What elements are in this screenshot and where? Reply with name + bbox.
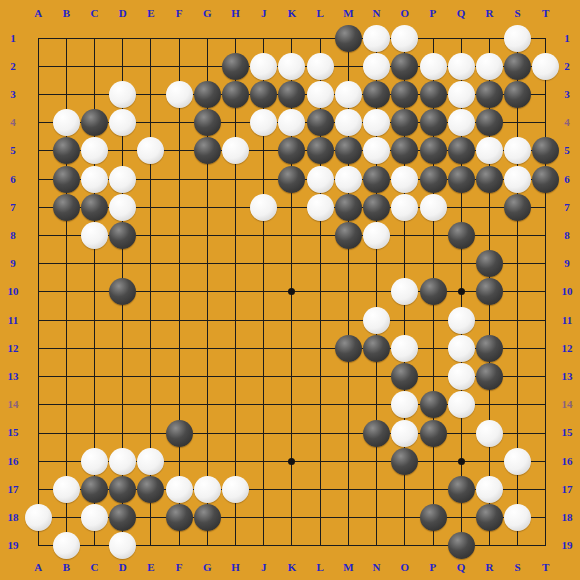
board-cell-H11[interactable] [221,306,249,334]
board-cell-T6[interactable] [532,165,560,193]
board-cell-C12[interactable] [80,334,108,362]
board-cell-L10[interactable] [306,278,334,306]
board-cell-A6[interactable] [24,165,52,193]
board-cell-K19[interactable] [278,532,306,560]
board-cell-Q4[interactable] [447,109,475,137]
board-cell-J17[interactable] [250,475,278,503]
board-cell-E8[interactable] [137,221,165,249]
board-cell-R12[interactable] [475,334,503,362]
board-cell-A19[interactable] [24,532,52,560]
board-cell-D16[interactable] [109,447,137,475]
board-cell-A8[interactable] [24,221,52,249]
board-cell-P1[interactable] [419,24,447,52]
board-cell-Q14[interactable] [447,391,475,419]
board-cell-F16[interactable] [165,447,193,475]
board-cell-P15[interactable] [419,419,447,447]
board-cell-L6[interactable] [306,165,334,193]
board-cell-R1[interactable] [475,24,503,52]
board-cell-Q13[interactable] [447,363,475,391]
board-cell-F14[interactable] [165,391,193,419]
board-cell-H16[interactable] [221,447,249,475]
board-cell-A17[interactable] [24,475,52,503]
board-cell-S8[interactable] [504,221,532,249]
board-cell-H7[interactable] [221,193,249,221]
board-cell-N9[interactable] [363,250,391,278]
board-cell-M6[interactable] [334,165,362,193]
board-cell-B5[interactable] [52,137,80,165]
board-cell-G12[interactable] [193,334,221,362]
board-cell-A16[interactable] [24,447,52,475]
board-cell-T14[interactable] [532,391,560,419]
board-cell-E19[interactable] [137,532,165,560]
board-cell-Q1[interactable] [447,24,475,52]
board-cell-N3[interactable] [363,80,391,108]
board-cell-R14[interactable] [475,391,503,419]
board-cell-T3[interactable] [532,80,560,108]
board-cell-Q7[interactable] [447,193,475,221]
board-cell-H9[interactable] [221,250,249,278]
board-cell-H4[interactable] [221,109,249,137]
board-cell-P17[interactable] [419,475,447,503]
board-cell-P14[interactable] [419,391,447,419]
board-cell-T16[interactable] [532,447,560,475]
board-cell-B1[interactable] [52,24,80,52]
board-cell-K3[interactable] [278,80,306,108]
board-cell-N19[interactable] [363,532,391,560]
board-cell-F6[interactable] [165,165,193,193]
board-cell-S6[interactable] [504,165,532,193]
board-cell-C6[interactable] [80,165,108,193]
board-cell-N11[interactable] [363,306,391,334]
board-cell-A7[interactable] [24,193,52,221]
board-cell-K2[interactable] [278,52,306,80]
board-cell-S16[interactable] [504,447,532,475]
board-cell-B18[interactable] [52,504,80,532]
board-cell-E17[interactable] [137,475,165,503]
board-cell-T13[interactable] [532,363,560,391]
board-cell-G16[interactable] [193,447,221,475]
board-cell-E15[interactable] [137,419,165,447]
board-cell-N6[interactable] [363,165,391,193]
board-cell-D9[interactable] [109,250,137,278]
board-cell-A11[interactable] [24,306,52,334]
board-cell-O14[interactable] [391,391,419,419]
board-cell-O6[interactable] [391,165,419,193]
board-cell-O2[interactable] [391,52,419,80]
board-cell-G9[interactable] [193,250,221,278]
board-cell-S17[interactable] [504,475,532,503]
board-cell-Q17[interactable] [447,475,475,503]
board-cell-N17[interactable] [363,475,391,503]
board-cell-A3[interactable] [24,80,52,108]
board-cell-C16[interactable] [80,447,108,475]
board-cell-Q2[interactable] [447,52,475,80]
board-cell-D12[interactable] [109,334,137,362]
board-cell-R19[interactable] [475,532,503,560]
board-cell-G6[interactable] [193,165,221,193]
board-cell-H19[interactable] [221,532,249,560]
board-cell-D17[interactable] [109,475,137,503]
board-cell-H8[interactable] [221,221,249,249]
board-cell-C7[interactable] [80,193,108,221]
board-cell-N18[interactable] [363,504,391,532]
board-cell-M17[interactable] [334,475,362,503]
board-cell-S13[interactable] [504,363,532,391]
board-cell-E7[interactable] [137,193,165,221]
board-cell-P9[interactable] [419,250,447,278]
board-cell-S4[interactable] [504,109,532,137]
board-cell-T19[interactable] [532,532,560,560]
board-cell-L8[interactable] [306,221,334,249]
board-cell-J10[interactable] [250,278,278,306]
board-cell-C11[interactable] [80,306,108,334]
board-cell-G7[interactable] [193,193,221,221]
board-cell-A2[interactable] [24,52,52,80]
board-cell-G15[interactable] [193,419,221,447]
board-cell-B13[interactable] [52,363,80,391]
board-cell-J6[interactable] [250,165,278,193]
board-cell-B15[interactable] [52,419,80,447]
board-cell-D4[interactable] [109,109,137,137]
board-cell-Q3[interactable] [447,80,475,108]
board-cell-O10[interactable] [391,278,419,306]
board-cell-J2[interactable] [250,52,278,80]
board-cell-D8[interactable] [109,221,137,249]
board-cell-Q18[interactable] [447,504,475,532]
board-cell-K6[interactable] [278,165,306,193]
board-cell-R9[interactable] [475,250,503,278]
board-cell-D7[interactable] [109,193,137,221]
board-cell-H3[interactable] [221,80,249,108]
board-cell-G8[interactable] [193,221,221,249]
board-cell-A10[interactable] [24,278,52,306]
board-cell-Q5[interactable] [447,137,475,165]
board-cell-F2[interactable] [165,52,193,80]
board-cell-K8[interactable] [278,221,306,249]
board-cell-A12[interactable] [24,334,52,362]
board-cell-R8[interactable] [475,221,503,249]
board-cell-T8[interactable] [532,221,560,249]
board-cell-E13[interactable] [137,363,165,391]
board-cell-A4[interactable] [24,109,52,137]
board-cell-N1[interactable] [363,24,391,52]
board-cell-O11[interactable] [391,306,419,334]
board-cell-K16[interactable] [278,447,306,475]
board-cell-J16[interactable] [250,447,278,475]
board-cell-M13[interactable] [334,363,362,391]
board-cell-O9[interactable] [391,250,419,278]
board-cell-B17[interactable] [52,475,80,503]
board-cell-M19[interactable] [334,532,362,560]
board-cell-J5[interactable] [250,137,278,165]
board-cell-J11[interactable] [250,306,278,334]
board-cell-R4[interactable] [475,109,503,137]
board-cell-T11[interactable] [532,306,560,334]
board-cell-B12[interactable] [52,334,80,362]
board-cell-D15[interactable] [109,419,137,447]
board-cell-T17[interactable] [532,475,560,503]
board-cell-E5[interactable] [137,137,165,165]
board-cell-J4[interactable] [250,109,278,137]
board-cell-R7[interactable] [475,193,503,221]
board-cell-D2[interactable] [109,52,137,80]
board-cell-E18[interactable] [137,504,165,532]
board-cell-M12[interactable] [334,334,362,362]
board-cell-H6[interactable] [221,165,249,193]
board-cell-B2[interactable] [52,52,80,80]
board-cell-N10[interactable] [363,278,391,306]
board-cell-O18[interactable] [391,504,419,532]
board-cell-D13[interactable] [109,363,137,391]
board-cell-L13[interactable] [306,363,334,391]
board-cell-O3[interactable] [391,80,419,108]
board-cell-R10[interactable] [475,278,503,306]
board-cell-A9[interactable] [24,250,52,278]
board-cell-P12[interactable] [419,334,447,362]
board-cell-P8[interactable] [419,221,447,249]
board-cell-E2[interactable] [137,52,165,80]
board-cell-C13[interactable] [80,363,108,391]
board-cell-B8[interactable] [52,221,80,249]
board-cell-O4[interactable] [391,109,419,137]
board-cell-Q8[interactable] [447,221,475,249]
board-cell-F8[interactable] [165,221,193,249]
board-cell-D3[interactable] [109,80,137,108]
board-cell-J13[interactable] [250,363,278,391]
board-cell-S12[interactable] [504,334,532,362]
board-cell-S1[interactable] [504,24,532,52]
go-board[interactable] [24,24,560,560]
board-cell-N14[interactable] [363,391,391,419]
board-cell-E9[interactable] [137,250,165,278]
board-cell-L11[interactable] [306,306,334,334]
board-cell-J8[interactable] [250,221,278,249]
board-cell-E1[interactable] [137,24,165,52]
board-cell-C15[interactable] [80,419,108,447]
board-cell-M14[interactable] [334,391,362,419]
board-cell-K9[interactable] [278,250,306,278]
board-cell-H13[interactable] [221,363,249,391]
board-cell-O12[interactable] [391,334,419,362]
board-cell-B3[interactable] [52,80,80,108]
board-cell-H12[interactable] [221,334,249,362]
board-cell-G19[interactable] [193,532,221,560]
board-cell-F9[interactable] [165,250,193,278]
board-cell-T2[interactable] [532,52,560,80]
board-cell-O15[interactable] [391,419,419,447]
board-cell-K18[interactable] [278,504,306,532]
board-cell-J7[interactable] [250,193,278,221]
board-cell-T9[interactable] [532,250,560,278]
board-cell-S3[interactable] [504,80,532,108]
board-cell-E11[interactable] [137,306,165,334]
board-cell-A14[interactable] [24,391,52,419]
board-cell-B7[interactable] [52,193,80,221]
board-cell-R3[interactable] [475,80,503,108]
board-cell-H18[interactable] [221,504,249,532]
board-cell-G2[interactable] [193,52,221,80]
board-cell-F1[interactable] [165,24,193,52]
board-cell-S15[interactable] [504,419,532,447]
board-cell-M2[interactable] [334,52,362,80]
board-cell-D18[interactable] [109,504,137,532]
board-cell-F7[interactable] [165,193,193,221]
board-cell-C17[interactable] [80,475,108,503]
board-cell-C2[interactable] [80,52,108,80]
board-cell-T18[interactable] [532,504,560,532]
board-cell-S14[interactable] [504,391,532,419]
board-cell-F13[interactable] [165,363,193,391]
board-cell-L7[interactable] [306,193,334,221]
board-cell-R6[interactable] [475,165,503,193]
board-cell-F15[interactable] [165,419,193,447]
board-cell-G13[interactable] [193,363,221,391]
board-cell-F11[interactable] [165,306,193,334]
board-cell-F3[interactable] [165,80,193,108]
board-cell-H1[interactable] [221,24,249,52]
board-cell-D11[interactable] [109,306,137,334]
board-cell-G10[interactable] [193,278,221,306]
board-cell-M11[interactable] [334,306,362,334]
board-cell-A1[interactable] [24,24,52,52]
board-cell-K14[interactable] [278,391,306,419]
board-cell-H2[interactable] [221,52,249,80]
board-cell-O16[interactable] [391,447,419,475]
board-cell-O5[interactable] [391,137,419,165]
board-cell-J9[interactable] [250,250,278,278]
board-cell-N4[interactable] [363,109,391,137]
board-cell-P2[interactable] [419,52,447,80]
board-cell-D10[interactable] [109,278,137,306]
board-cell-E16[interactable] [137,447,165,475]
board-cell-G14[interactable] [193,391,221,419]
board-cell-D6[interactable] [109,165,137,193]
board-cell-B10[interactable] [52,278,80,306]
board-cell-L9[interactable] [306,250,334,278]
board-cell-E6[interactable] [137,165,165,193]
board-cell-P13[interactable] [419,363,447,391]
board-cell-B11[interactable] [52,306,80,334]
board-cell-C18[interactable] [80,504,108,532]
board-cell-M4[interactable] [334,109,362,137]
board-cell-S7[interactable] [504,193,532,221]
board-cell-J3[interactable] [250,80,278,108]
board-cell-R11[interactable] [475,306,503,334]
board-cell-J19[interactable] [250,532,278,560]
board-cell-G4[interactable] [193,109,221,137]
board-cell-O19[interactable] [391,532,419,560]
board-cell-R15[interactable] [475,419,503,447]
board-cell-G5[interactable] [193,137,221,165]
board-cell-O7[interactable] [391,193,419,221]
board-cell-F18[interactable] [165,504,193,532]
board-cell-C19[interactable] [80,532,108,560]
board-cell-L5[interactable] [306,137,334,165]
board-cell-T12[interactable] [532,334,560,362]
board-cell-K17[interactable] [278,475,306,503]
board-cell-C8[interactable] [80,221,108,249]
board-cell-C5[interactable] [80,137,108,165]
board-cell-E12[interactable] [137,334,165,362]
board-cell-K13[interactable] [278,363,306,391]
board-cell-N5[interactable] [363,137,391,165]
board-cell-S9[interactable] [504,250,532,278]
board-cell-L14[interactable] [306,391,334,419]
board-cell-M8[interactable] [334,221,362,249]
board-cell-L15[interactable] [306,419,334,447]
board-cell-K7[interactable] [278,193,306,221]
board-cell-G11[interactable] [193,306,221,334]
board-cell-D5[interactable] [109,137,137,165]
board-cell-J1[interactable] [250,24,278,52]
board-cell-A15[interactable] [24,419,52,447]
board-cell-Q10[interactable] [447,278,475,306]
board-cell-O1[interactable] [391,24,419,52]
board-cell-T15[interactable] [532,419,560,447]
board-cell-K1[interactable] [278,24,306,52]
board-cell-N15[interactable] [363,419,391,447]
board-cell-N7[interactable] [363,193,391,221]
board-cell-P11[interactable] [419,306,447,334]
board-cell-T1[interactable] [532,24,560,52]
board-cell-J12[interactable] [250,334,278,362]
board-cell-L17[interactable] [306,475,334,503]
board-cell-H15[interactable] [221,419,249,447]
board-cell-Q12[interactable] [447,334,475,362]
board-cell-T10[interactable] [532,278,560,306]
board-cell-L16[interactable] [306,447,334,475]
board-cell-N16[interactable] [363,447,391,475]
board-cell-Q15[interactable] [447,419,475,447]
board-cell-R13[interactable] [475,363,503,391]
board-cell-K10[interactable] [278,278,306,306]
board-cell-E4[interactable] [137,109,165,137]
board-cell-C10[interactable] [80,278,108,306]
board-cell-R5[interactable] [475,137,503,165]
board-cell-S5[interactable] [504,137,532,165]
board-cell-L2[interactable] [306,52,334,80]
board-cell-D19[interactable] [109,532,137,560]
board-cell-C4[interactable] [80,109,108,137]
board-cell-F4[interactable] [165,109,193,137]
board-cell-R18[interactable] [475,504,503,532]
board-cell-F12[interactable] [165,334,193,362]
board-cell-C1[interactable] [80,24,108,52]
board-cell-K15[interactable] [278,419,306,447]
board-cell-O13[interactable] [391,363,419,391]
board-cell-O17[interactable] [391,475,419,503]
board-cell-L1[interactable] [306,24,334,52]
board-cell-B19[interactable] [52,532,80,560]
board-cell-K5[interactable] [278,137,306,165]
board-cell-H10[interactable] [221,278,249,306]
board-cell-Q16[interactable] [447,447,475,475]
board-cell-B16[interactable] [52,447,80,475]
board-cell-P18[interactable] [419,504,447,532]
board-cell-C3[interactable] [80,80,108,108]
board-cell-N8[interactable] [363,221,391,249]
board-cell-K4[interactable] [278,109,306,137]
board-cell-F5[interactable] [165,137,193,165]
board-cell-R2[interactable] [475,52,503,80]
board-cell-R16[interactable] [475,447,503,475]
board-cell-Q11[interactable] [447,306,475,334]
board-cell-M1[interactable] [334,24,362,52]
board-cell-A18[interactable] [24,504,52,532]
board-cell-Q6[interactable] [447,165,475,193]
board-cell-M10[interactable] [334,278,362,306]
board-cell-M15[interactable] [334,419,362,447]
